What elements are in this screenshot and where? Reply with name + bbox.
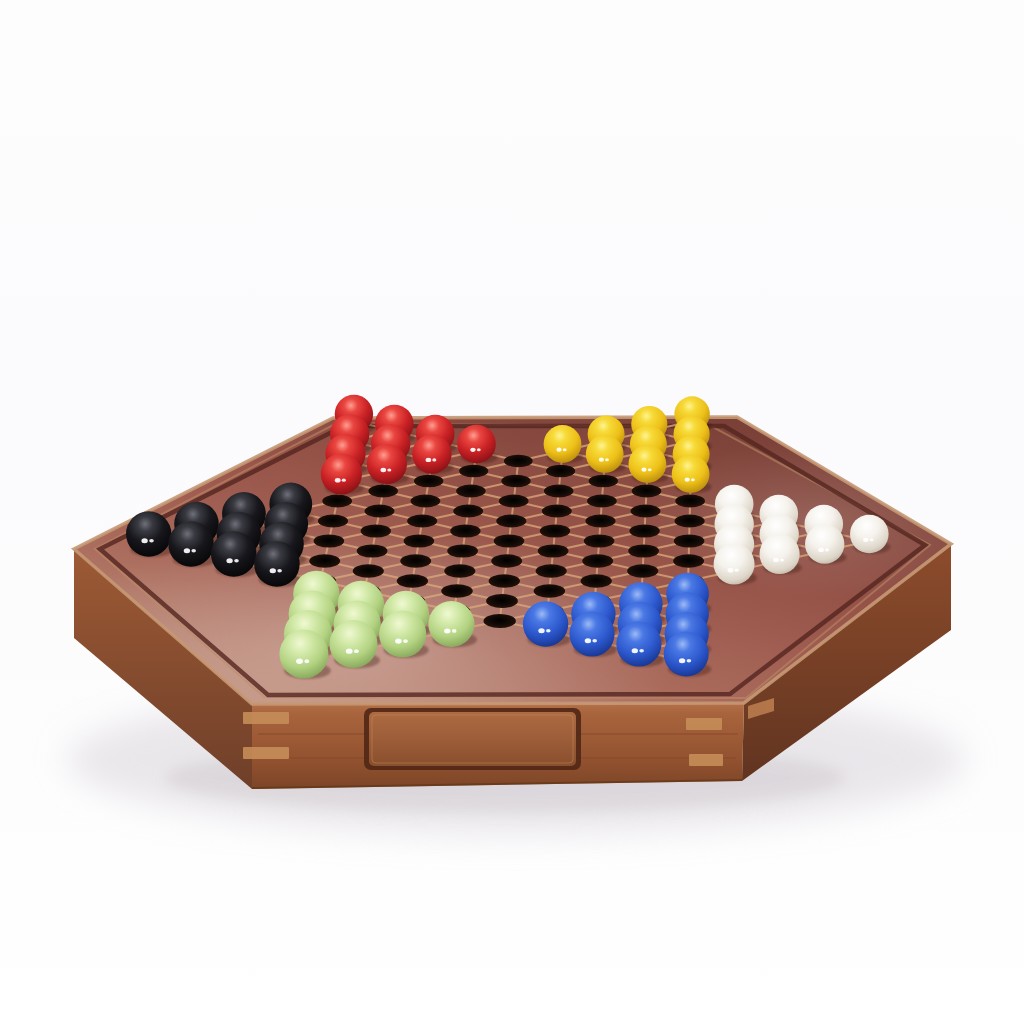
board-hole[interactable] [456, 485, 486, 498]
marble-yellow[interactable] [586, 435, 624, 473]
board-hole[interactable] [444, 564, 475, 577]
marble-green[interactable] [279, 630, 328, 679]
board-hole[interactable] [365, 505, 395, 518]
board-hole[interactable] [540, 524, 570, 537]
marble-green[interactable] [428, 601, 474, 647]
board-hole[interactable] [361, 524, 391, 537]
board-hole[interactable] [494, 534, 525, 547]
marble-blue[interactable] [616, 621, 661, 666]
board-hole[interactable] [674, 534, 705, 547]
marble-blue[interactable] [523, 601, 568, 646]
board-hole[interactable] [414, 475, 443, 488]
board-hole[interactable] [496, 515, 526, 528]
marble-red[interactable] [412, 434, 451, 473]
chinese-checkers-board [0, 0, 1024, 1024]
marble-blue[interactable] [664, 632, 709, 677]
board-hole[interactable] [673, 554, 704, 567]
board-hole[interactable] [450, 524, 480, 537]
marble-white[interactable] [714, 544, 755, 585]
board-hole[interactable] [400, 554, 431, 567]
board-hole[interactable] [627, 564, 658, 577]
board-hole[interactable] [675, 515, 705, 528]
board-hole[interactable] [538, 544, 569, 557]
product-photo-scene [0, 0, 1024, 1024]
board-hole[interactable] [542, 505, 572, 518]
marble-red[interactable] [321, 453, 362, 494]
board-hole[interactable] [411, 495, 441, 508]
board-hole[interactable] [501, 475, 530, 488]
board-hole[interactable] [536, 564, 567, 577]
marble-white[interactable] [805, 524, 844, 563]
board-hole[interactable] [581, 574, 612, 588]
board-hole[interactable] [441, 584, 473, 598]
marble-green[interactable] [330, 620, 378, 668]
board-hole[interactable] [632, 485, 662, 498]
board-hole[interactable] [546, 465, 575, 478]
board-hole[interactable] [544, 485, 574, 498]
board-hole[interactable] [489, 574, 520, 588]
board-hole[interactable] [504, 455, 533, 467]
board-hole[interactable] [534, 584, 566, 598]
board-hole[interactable] [309, 554, 340, 567]
marble-black[interactable] [211, 531, 257, 577]
board-hole[interactable] [631, 505, 661, 518]
board-hole[interactable] [397, 574, 428, 588]
board-hole[interactable] [407, 515, 437, 528]
board-hole[interactable] [587, 495, 617, 508]
board-hole[interactable] [314, 534, 345, 547]
board-hole[interactable] [357, 544, 388, 557]
marble-yellow[interactable] [672, 455, 710, 493]
board-hole[interactable] [453, 505, 483, 518]
marble-black[interactable] [126, 511, 171, 556]
board-hole[interactable] [404, 534, 435, 547]
board-hole[interactable] [675, 495, 705, 508]
board-hole[interactable] [585, 515, 615, 528]
marble-red[interactable] [367, 444, 407, 484]
board-hole[interactable] [582, 554, 613, 567]
board-hole[interactable] [322, 495, 352, 508]
storage-drawer[interactable] [364, 708, 581, 770]
marble-yellow[interactable] [544, 425, 582, 463]
marble-white[interactable] [850, 515, 889, 554]
marble-black[interactable] [254, 541, 300, 587]
marble-green[interactable] [379, 610, 426, 657]
board-hole[interactable] [368, 485, 398, 498]
board-hole[interactable] [447, 544, 478, 557]
board-hole[interactable] [486, 594, 518, 608]
marble-yellow[interactable] [629, 445, 667, 483]
board-hole[interactable] [484, 614, 516, 628]
board-hole[interactable] [459, 465, 488, 478]
board-hole[interactable] [499, 495, 529, 508]
marble-white[interactable] [760, 534, 800, 574]
board-hole[interactable] [353, 564, 384, 577]
board-hole[interactable] [589, 475, 618, 488]
board-hole[interactable] [491, 554, 522, 567]
board-hole[interactable] [318, 515, 348, 528]
board-hole[interactable] [628, 544, 659, 557]
marble-blue[interactable] [569, 611, 614, 656]
marble-red[interactable] [457, 425, 496, 464]
board-hole[interactable] [584, 534, 615, 547]
board-hole[interactable] [629, 524, 659, 537]
marble-black[interactable] [168, 521, 214, 567]
